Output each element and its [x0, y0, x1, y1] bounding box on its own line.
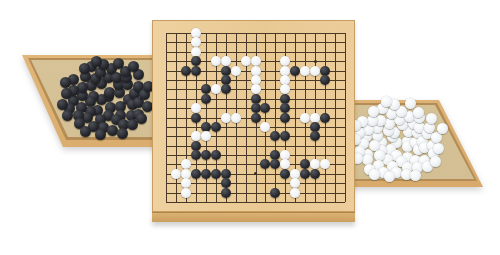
- black-stone[interactable]: [251, 103, 261, 113]
- board-grid[interactable]: [166, 33, 345, 202]
- black-stone[interactable]: [270, 188, 280, 198]
- white-stone[interactable]: [260, 122, 270, 132]
- black-stone[interactable]: [181, 66, 191, 76]
- white-stone[interactable]: [231, 113, 241, 123]
- white-stone[interactable]: [221, 113, 231, 123]
- white-stone[interactable]: [221, 56, 231, 66]
- white-stone[interactable]: [310, 66, 320, 76]
- white-stone[interactable]: [231, 66, 241, 76]
- black-stone[interactable]: [211, 122, 221, 132]
- black-stone[interactable]: [221, 84, 231, 94]
- black-stone[interactable]: [221, 178, 231, 188]
- grid-line-vertical: [265, 33, 266, 202]
- black-stone[interactable]: [310, 131, 320, 141]
- grid-line-vertical: [345, 33, 346, 202]
- black-stone[interactable]: [310, 169, 320, 179]
- white-stone[interactable]: [211, 84, 221, 94]
- black-stone[interactable]: [290, 66, 300, 76]
- black-stone[interactable]: [201, 150, 211, 160]
- black-stone[interactable]: [260, 159, 270, 169]
- white-stone[interactable]: [171, 169, 181, 179]
- grid-line-horizontal: [166, 202, 345, 203]
- white-stone[interactable]: [251, 84, 261, 94]
- white-stone[interactable]: [280, 56, 290, 66]
- white-stone[interactable]: [300, 66, 310, 76]
- black-stone[interactable]: [201, 84, 211, 94]
- black-stone[interactable]: [201, 169, 211, 179]
- black-stone[interactable]: [211, 150, 221, 160]
- white-stone[interactable]: [191, 37, 201, 47]
- black-stone[interactable]: [320, 113, 330, 123]
- black-stone[interactable]: [251, 113, 261, 123]
- white-stone[interactable]: [280, 159, 290, 169]
- white-stone[interactable]: [300, 113, 310, 123]
- white-stone[interactable]: [241, 56, 251, 66]
- go-board[interactable]: [152, 20, 355, 212]
- black-stone[interactable]: [191, 66, 201, 76]
- black-stone[interactable]: [211, 169, 221, 179]
- white-stone[interactable]: [191, 103, 201, 113]
- grid-line-vertical: [275, 33, 276, 202]
- black-stone[interactable]: [300, 159, 310, 169]
- board-side-edge: [152, 212, 355, 222]
- black-stone[interactable]: [191, 150, 201, 160]
- white-stone[interactable]: [191, 131, 201, 141]
- black-stone[interactable]: [191, 169, 201, 179]
- black-stone[interactable]: [201, 94, 211, 104]
- black-stone[interactable]: [280, 169, 290, 179]
- white-stone[interactable]: [251, 56, 261, 66]
- black-stone[interactable]: [280, 103, 290, 113]
- grid-line-horizontal: [166, 183, 345, 184]
- go-set-product-photo: [0, 0, 500, 255]
- white-stone[interactable]: [211, 56, 221, 66]
- black-stone[interactable]: [191, 56, 201, 66]
- black-stone[interactable]: [260, 103, 270, 113]
- black-stone[interactable]: [300, 169, 310, 179]
- black-stone[interactable]: [221, 188, 231, 198]
- black-stone[interactable]: [270, 159, 280, 169]
- white-stone[interactable]: [290, 188, 300, 198]
- white-stone[interactable]: [310, 159, 320, 169]
- grid-line-vertical: [335, 33, 336, 202]
- grid-line-horizontal: [166, 193, 345, 194]
- white-stone[interactable]: [181, 178, 191, 188]
- white-stone[interactable]: [310, 113, 320, 123]
- white-stone[interactable]: [181, 188, 191, 198]
- black-stone[interactable]: [320, 75, 330, 85]
- star-point: [314, 60, 317, 63]
- white-stone[interactable]: [201, 131, 211, 141]
- black-stone[interactable]: [280, 131, 290, 141]
- black-stone[interactable]: [280, 113, 290, 123]
- black-stone[interactable]: [270, 131, 280, 141]
- black-stone[interactable]: [191, 113, 201, 123]
- white-stone[interactable]: [290, 178, 300, 188]
- white-stone[interactable]: [181, 159, 191, 169]
- white-stone[interactable]: [320, 159, 330, 169]
- white-stone[interactable]: [280, 84, 290, 94]
